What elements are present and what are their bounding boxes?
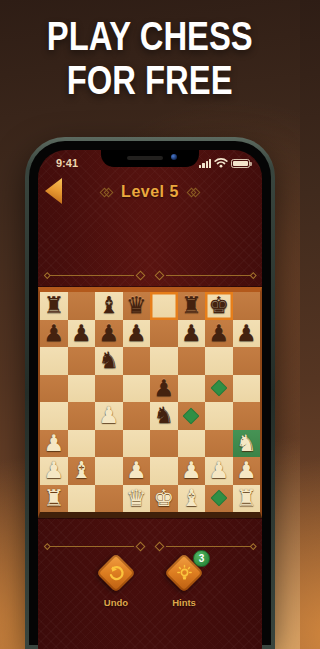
square-c1[interactable]	[95, 485, 123, 513]
square-h2[interactable]: ♟	[233, 457, 261, 485]
top-divider	[45, 271, 255, 280]
square-d5[interactable]	[123, 375, 151, 403]
undo-button[interactable]: Undo	[89, 554, 143, 608]
square-d2[interactable]: ♟	[123, 457, 151, 485]
white-king: ♚	[153, 487, 174, 510]
phone-frame: 9:41 Level 5	[25, 137, 275, 649]
square-g2[interactable]: ♟	[205, 457, 233, 485]
square-e3[interactable]	[150, 430, 178, 458]
square-b4[interactable]	[68, 402, 96, 430]
hints-count-badge: 3	[193, 550, 210, 567]
signal-strength-icon	[199, 159, 211, 169]
hero-title-line1: PLAY CHESS	[47, 14, 253, 58]
move-hint-diamond[interactable]	[210, 490, 227, 507]
black-bishop: ♝	[98, 294, 119, 317]
square-g6[interactable]	[205, 347, 233, 375]
square-f2[interactable]: ♟	[178, 457, 206, 485]
square-a1[interactable]: ♜	[40, 485, 68, 513]
square-b6[interactable]	[68, 347, 96, 375]
square-a3[interactable]: ♟	[40, 430, 68, 458]
square-b1[interactable]	[68, 485, 96, 513]
square-f7[interactable]: ♟	[178, 320, 206, 348]
black-knight: ♞	[153, 404, 174, 427]
speaker-slot	[127, 156, 163, 160]
square-h7[interactable]: ♟	[233, 320, 261, 348]
square-a4[interactable]	[40, 402, 68, 430]
hints-label: Hints	[172, 597, 196, 608]
square-f6[interactable]	[178, 347, 206, 375]
black-pawn: ♟	[208, 322, 229, 345]
white-pawn: ♟	[98, 404, 119, 427]
square-g7[interactable]: ♟	[205, 320, 233, 348]
square-h6[interactable]	[233, 347, 261, 375]
square-b7[interactable]: ♟	[68, 320, 96, 348]
black-pawn: ♟	[43, 322, 64, 345]
square-e7[interactable]	[150, 320, 178, 348]
white-queen: ♛	[126, 487, 147, 510]
game-header: Level 5	[38, 176, 262, 208]
square-c2[interactable]	[95, 457, 123, 485]
black-pawn: ♟	[126, 322, 147, 345]
black-king: ♚	[208, 294, 229, 317]
white-rook: ♜	[236, 487, 257, 510]
black-knight: ♞	[98, 349, 119, 372]
game-toolbar: Undo 3 Hints	[38, 554, 262, 608]
bottom-divider	[45, 542, 255, 551]
square-g4[interactable]	[205, 402, 233, 430]
square-c8[interactable]: ♝	[95, 292, 123, 320]
move-hint-diamond[interactable]	[183, 407, 200, 424]
square-c3[interactable]	[95, 430, 123, 458]
square-d4[interactable]	[123, 402, 151, 430]
black-pawn: ♟	[181, 322, 202, 345]
square-b5[interactable]	[68, 375, 96, 403]
square-g8[interactable]: ♚	[205, 292, 233, 320]
battery-icon	[231, 159, 250, 169]
black-rook: ♜	[181, 294, 202, 317]
wifi-icon	[214, 157, 228, 168]
black-rook: ♜	[43, 294, 64, 317]
square-e5[interactable]: ♟	[150, 375, 178, 403]
square-f1[interactable]: ♝	[178, 485, 206, 513]
black-pawn: ♟	[98, 322, 119, 345]
square-d6[interactable]	[123, 347, 151, 375]
square-e2[interactable]	[150, 457, 178, 485]
move-hint-diamond[interactable]	[210, 380, 227, 397]
square-a8[interactable]: ♜	[40, 292, 68, 320]
square-b8[interactable]	[68, 292, 96, 320]
undo-circular-arrow-icon	[97, 554, 135, 592]
square-a6[interactable]	[40, 347, 68, 375]
status-time: 9:41	[56, 157, 78, 169]
square-h3[interactable]: ♞	[233, 430, 261, 458]
square-d7[interactable]: ♟	[123, 320, 151, 348]
square-d8[interactable]: ♛	[123, 292, 151, 320]
phone-notch	[101, 150, 199, 167]
black-pawn: ♟	[71, 322, 92, 345]
black-pawn: ♟	[236, 322, 257, 345]
level-title: Level 5	[38, 176, 262, 208]
square-d1[interactable]: ♛	[123, 485, 151, 513]
square-h4[interactable]	[233, 402, 261, 430]
square-a2[interactable]: ♟	[40, 457, 68, 485]
square-g3[interactable]	[205, 430, 233, 458]
square-e4[interactable]: ♞	[150, 402, 178, 430]
square-c7[interactable]: ♟	[95, 320, 123, 348]
square-h5[interactable]	[233, 375, 261, 403]
square-a7[interactable]: ♟	[40, 320, 68, 348]
white-pawn: ♟	[236, 459, 257, 482]
hero-banner: PLAY CHESS FOR FREE	[0, 0, 300, 102]
diamond-ornament-icon	[188, 189, 199, 196]
square-c5[interactable]	[95, 375, 123, 403]
white-bishop: ♝	[181, 487, 202, 510]
diamond-ornament-icon	[101, 189, 112, 196]
square-g5[interactable]	[205, 375, 233, 403]
square-e6[interactable]	[150, 347, 178, 375]
white-rook: ♜	[43, 487, 64, 510]
hints-button[interactable]: 3 Hints	[157, 554, 211, 608]
square-e1[interactable]: ♚	[150, 485, 178, 513]
white-pawn: ♟	[126, 459, 147, 482]
square-b2[interactable]: ♝	[68, 457, 96, 485]
white-pawn: ♟	[208, 459, 229, 482]
black-pawn: ♟	[153, 377, 174, 400]
white-bishop: ♝	[71, 459, 92, 482]
square-c4[interactable]: ♟	[95, 402, 123, 430]
square-h8[interactable]	[233, 292, 261, 320]
square-h1[interactable]: ♜	[233, 485, 261, 513]
square-f4[interactable]	[178, 402, 206, 430]
white-knight: ♞	[236, 432, 257, 455]
white-pawn: ♟	[181, 459, 202, 482]
chess-board-frame: ♜♝♛♜♚♟♟♟♟♟♟♟♞♟♟♞♟♞♟♝♟♟♟♟♜♛♚♝♜	[38, 287, 262, 518]
phone-screen: 9:41 Level 5	[38, 150, 262, 649]
square-g1[interactable]	[205, 485, 233, 513]
square-f5[interactable]	[178, 375, 206, 403]
square-f3[interactable]	[178, 430, 206, 458]
level-title-text: Level 5	[121, 183, 179, 201]
undo-label: Undo	[104, 597, 128, 608]
hero-title-line2: FOR FREE	[67, 58, 233, 102]
white-pawn: ♟	[43, 459, 64, 482]
black-queen: ♛	[126, 294, 147, 317]
square-a5[interactable]	[40, 375, 68, 403]
square-e8[interactable]	[150, 292, 178, 320]
phone-bezel: 9:41 Level 5	[29, 141, 271, 645]
chess-board: ♜♝♛♜♚♟♟♟♟♟♟♟♞♟♟♞♟♞♟♝♟♟♟♟♜♛♚♝♜	[40, 292, 260, 512]
square-f8[interactable]: ♜	[178, 292, 206, 320]
white-pawn: ♟	[43, 432, 64, 455]
square-d3[interactable]	[123, 430, 151, 458]
square-b3[interactable]	[68, 430, 96, 458]
square-c6[interactable]: ♞	[95, 347, 123, 375]
front-camera	[171, 154, 177, 160]
